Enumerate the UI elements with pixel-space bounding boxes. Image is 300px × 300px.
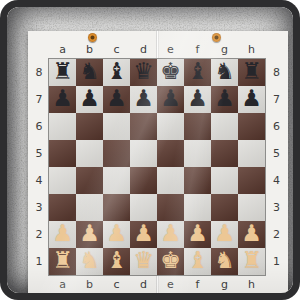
square-c1[interactable]: ♝	[103, 248, 130, 275]
square-e5[interactable]	[157, 140, 184, 167]
piece-black-pawn[interactable]: ♟	[106, 87, 127, 110]
square-e6[interactable]	[157, 113, 184, 140]
square-b6[interactable]	[76, 113, 103, 140]
piece-white-pawn[interactable]: ♟	[79, 222, 100, 245]
rank-label-left-1: 1	[29, 248, 49, 275]
piece-white-knight[interactable]: ♞	[214, 249, 235, 272]
file-label-top-b: b	[76, 42, 103, 57]
pin-left-icon	[88, 33, 97, 42]
square-c3[interactable]	[103, 194, 130, 221]
square-b3[interactable]	[76, 194, 103, 221]
piece-black-rook[interactable]: ♜	[52, 60, 73, 83]
piece-black-knight[interactable]: ♞	[214, 60, 235, 83]
square-g1[interactable]: ♞	[211, 248, 238, 275]
square-a8[interactable]: ♜	[49, 59, 76, 86]
rank-label-right-2: 2	[266, 221, 287, 248]
piece-white-pawn[interactable]: ♟	[106, 222, 127, 245]
rank-label-left-4: 4	[29, 167, 49, 194]
file-label-bottom-b: b	[76, 277, 103, 292]
square-g3[interactable]	[211, 194, 238, 221]
piece-white-king[interactable]: ♚	[160, 249, 181, 272]
granite-wall: abcdefgh abcdefgh 87654321 87654321 ♜♞♝♛…	[7, 7, 293, 293]
square-e7[interactable]: ♟	[157, 86, 184, 113]
square-c5[interactable]	[103, 140, 130, 167]
file-label-bottom-h: h	[238, 277, 265, 292]
square-g6[interactable]	[211, 113, 238, 140]
square-f1[interactable]: ♝	[184, 248, 211, 275]
square-h5[interactable]	[238, 140, 265, 167]
square-h6[interactable]	[238, 113, 265, 140]
square-b2[interactable]: ♟	[76, 221, 103, 248]
file-label-top-d: d	[130, 42, 157, 57]
pin-right-icon	[212, 33, 221, 42]
rank-labels-left: 87654321	[29, 59, 49, 275]
piece-white-bishop[interactable]: ♝	[106, 249, 127, 272]
file-label-top-c: c	[103, 42, 130, 57]
rank-label-left-7: 7	[29, 86, 49, 113]
piece-black-pawn[interactable]: ♟	[160, 87, 181, 110]
piece-white-knight[interactable]: ♞	[79, 249, 100, 272]
square-a6[interactable]	[49, 113, 76, 140]
square-g2[interactable]: ♟	[211, 221, 238, 248]
square-b5[interactable]	[76, 140, 103, 167]
piece-white-pawn[interactable]: ♟	[133, 222, 154, 245]
square-c6[interactable]	[103, 113, 130, 140]
rank-labels-right: 87654321	[266, 59, 287, 275]
piece-white-pawn[interactable]: ♟	[52, 222, 73, 245]
square-h1[interactable]: ♜	[238, 248, 265, 275]
piece-black-bishop[interactable]: ♝	[187, 60, 208, 83]
piece-black-king[interactable]: ♚	[160, 60, 181, 83]
file-label-top-f: f	[184, 42, 211, 57]
square-g8[interactable]: ♞	[211, 59, 238, 86]
square-c8[interactable]: ♝	[103, 59, 130, 86]
file-labels-top: abcdefgh	[49, 42, 265, 57]
square-c2[interactable]: ♟	[103, 221, 130, 248]
file-label-top-h: h	[238, 42, 265, 57]
square-b4[interactable]	[76, 167, 103, 194]
square-a7[interactable]: ♟	[49, 86, 76, 113]
piece-black-pawn[interactable]: ♟	[187, 87, 208, 110]
piece-black-bishop[interactable]: ♝	[106, 60, 127, 83]
square-d5[interactable]	[130, 140, 157, 167]
rank-label-left-6: 6	[29, 113, 49, 140]
square-h4[interactable]	[238, 167, 265, 194]
piece-black-pawn[interactable]: ♟	[214, 87, 235, 110]
square-h3[interactable]	[238, 194, 265, 221]
file-label-bottom-f: f	[184, 277, 211, 292]
square-b1[interactable]: ♞	[76, 248, 103, 275]
piece-black-queen[interactable]: ♛	[133, 60, 154, 83]
piece-black-pawn[interactable]: ♟	[52, 87, 73, 110]
piece-white-pawn[interactable]: ♟	[160, 222, 181, 245]
file-label-bottom-e: e	[157, 277, 184, 292]
square-c4[interactable]	[103, 167, 130, 194]
square-f6[interactable]	[184, 113, 211, 140]
rank-label-right-1: 1	[266, 248, 287, 275]
piece-black-knight[interactable]: ♞	[79, 60, 100, 83]
piece-white-bishop[interactable]: ♝	[187, 249, 208, 272]
piece-white-rook[interactable]: ♜	[241, 249, 262, 272]
rank-label-right-6: 6	[266, 113, 287, 140]
piece-white-pawn[interactable]: ♟	[187, 222, 208, 245]
square-d7[interactable]: ♟	[130, 86, 157, 113]
square-b7[interactable]: ♟	[76, 86, 103, 113]
piece-black-pawn[interactable]: ♟	[133, 87, 154, 110]
square-b8[interactable]: ♞	[76, 59, 103, 86]
square-f3[interactable]	[184, 194, 211, 221]
square-e8[interactable]: ♚	[157, 59, 184, 86]
square-f2[interactable]: ♟	[184, 221, 211, 248]
file-label-top-e: e	[157, 42, 184, 57]
square-d8[interactable]: ♛	[130, 59, 157, 86]
piece-black-pawn[interactable]: ♟	[241, 87, 262, 110]
rank-label-right-5: 5	[266, 140, 287, 167]
rank-label-right-4: 4	[266, 167, 287, 194]
rank-label-right-3: 3	[266, 194, 287, 221]
square-f7[interactable]: ♟	[184, 86, 211, 113]
rank-label-right-7: 7	[266, 86, 287, 113]
square-e1[interactable]: ♚	[157, 248, 184, 275]
square-h7[interactable]: ♟	[238, 86, 265, 113]
square-g7[interactable]: ♟	[211, 86, 238, 113]
square-a4[interactable]	[49, 167, 76, 194]
square-d1[interactable]: ♛	[130, 248, 157, 275]
square-g4[interactable]	[211, 167, 238, 194]
rank-label-left-2: 2	[29, 221, 49, 248]
photo: abcdefgh abcdefgh 87654321 87654321 ♜♞♝♛…	[0, 0, 300, 300]
rank-label-left-5: 5	[29, 140, 49, 167]
chess-board: ♜♞♝♛♚♝♞♜♟♟♟♟♟♟♟♟♟♟♟♟♟♟♟♟♜♞♝♛♚♝♞♜	[49, 59, 265, 275]
square-e4[interactable]	[157, 167, 184, 194]
file-label-bottom-d: d	[130, 277, 157, 292]
rank-label-right-8: 8	[266, 59, 287, 86]
square-a3[interactable]	[49, 194, 76, 221]
square-e3[interactable]	[157, 194, 184, 221]
square-d6[interactable]	[130, 113, 157, 140]
square-d2[interactable]: ♟	[130, 221, 157, 248]
piece-black-rook[interactable]: ♜	[241, 60, 262, 83]
file-label-bottom-g: g	[211, 277, 238, 292]
piece-white-pawn[interactable]: ♟	[241, 222, 262, 245]
file-labels-bottom: abcdefgh	[49, 277, 265, 292]
square-g5[interactable]	[211, 140, 238, 167]
piece-white-rook[interactable]: ♜	[52, 249, 73, 272]
square-h2[interactable]: ♟	[238, 221, 265, 248]
file-label-bottom-c: c	[103, 277, 130, 292]
piece-white-pawn[interactable]: ♟	[214, 222, 235, 245]
square-a1[interactable]: ♜	[49, 248, 76, 275]
square-f8[interactable]: ♝	[184, 59, 211, 86]
file-label-top-a: a	[49, 42, 76, 57]
square-f5[interactable]	[184, 140, 211, 167]
square-e2[interactable]: ♟	[157, 221, 184, 248]
piece-black-pawn[interactable]: ♟	[79, 87, 100, 110]
square-h8[interactable]: ♜	[238, 59, 265, 86]
rank-label-left-3: 3	[29, 194, 49, 221]
square-d4[interactable]	[130, 167, 157, 194]
file-label-top-g: g	[211, 42, 238, 57]
file-label-bottom-a: a	[49, 277, 76, 292]
piece-white-queen[interactable]: ♛	[133, 249, 154, 272]
square-a2[interactable]: ♟	[49, 221, 76, 248]
demo-board-panel: abcdefgh abcdefgh 87654321 87654321 ♜♞♝♛…	[28, 31, 288, 293]
square-a5[interactable]	[49, 140, 76, 167]
rank-label-left-8: 8	[29, 59, 49, 86]
square-f4[interactable]	[184, 167, 211, 194]
square-d3[interactable]	[130, 194, 157, 221]
square-c7[interactable]: ♟	[103, 86, 130, 113]
